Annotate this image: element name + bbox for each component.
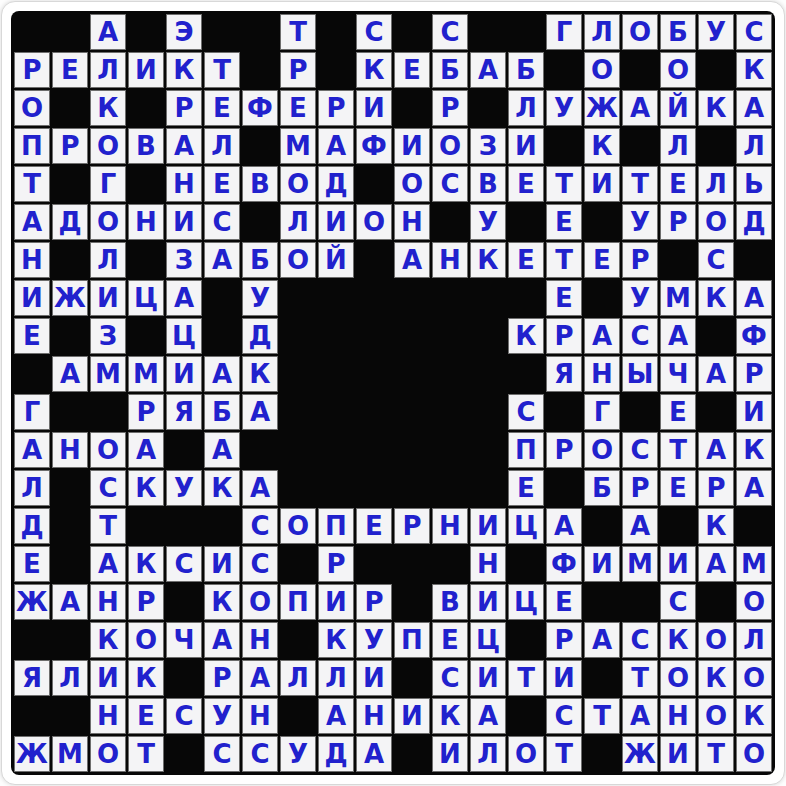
letter-cell-r12-c20[interactable]: К	[736, 432, 772, 468]
letter-cell-r20-c13[interactable]: Л	[470, 736, 506, 772]
letter-cell-r2-c10[interactable]: К	[356, 52, 392, 88]
letter-cell-r20-c20[interactable]: О	[736, 736, 772, 772]
letter-cell-r19-c6[interactable]: У	[204, 698, 240, 734]
letter-cell-r7-c14[interactable]: Е	[508, 242, 544, 278]
letter-cell-r4-c5[interactable]: А	[166, 128, 202, 164]
letter-cell-r19-c3[interactable]: Н	[90, 698, 126, 734]
letter-cell-r5-c15[interactable]: Т	[546, 166, 582, 202]
letter-cell-r14-c17[interactable]: А	[622, 508, 658, 544]
letter-cell-r15-c20[interactable]: М	[736, 546, 772, 582]
letter-cell-r2-c13[interactable]: А	[470, 52, 506, 88]
letter-cell-r11-c1[interactable]: Г	[14, 394, 50, 430]
letter-cell-r14-c8[interactable]: О	[280, 508, 316, 544]
letter-cell-r9-c5[interactable]: Ц	[166, 318, 202, 354]
black-cell-r13-c13	[470, 470, 506, 506]
letter-cell-r12-c16[interactable]: О	[584, 432, 620, 468]
letter-cell-r13-c1[interactable]: Л	[14, 470, 50, 506]
letter-cell-r6-c19[interactable]: О	[698, 204, 734, 240]
letter-cell-r5-c9[interactable]: Д	[318, 166, 354, 202]
letter-cell-r13-c18[interactable]: Е	[660, 470, 696, 506]
letter-cell-r6-c2[interactable]: Д	[52, 204, 88, 240]
letter-cell-r16-c2[interactable]: А	[52, 584, 88, 620]
letter-cell-r17-c10[interactable]: У	[356, 622, 392, 658]
letter-cell-r18-c9[interactable]: Л	[318, 660, 354, 696]
letter-cell-r16-c4[interactable]: Р	[128, 584, 164, 620]
black-cell-r10-c1	[14, 356, 50, 392]
letter-cell-r20-c3[interactable]: О	[90, 736, 126, 772]
letter-cell-r1-c3[interactable]: А	[90, 14, 126, 50]
letter-cell-r5-c11[interactable]: О	[394, 166, 430, 202]
letter-cell-r6-c6[interactable]: С	[204, 204, 240, 240]
letter-cell-r11-c20[interactable]: И	[736, 394, 772, 430]
letter-cell-r4-c20[interactable]: Л	[736, 128, 772, 164]
letter-cell-r7-c16[interactable]: Е	[584, 242, 620, 278]
letter-cell-r6-c18[interactable]: Р	[660, 204, 696, 240]
letter-cell-r7-c11[interactable]: А	[394, 242, 430, 278]
letter-cell-r7-c9[interactable]: Й	[318, 242, 354, 278]
letter-cell-r10-c17[interactable]: Ы	[622, 356, 658, 392]
letter-cell-r11-c5[interactable]: Я	[166, 394, 202, 430]
letter-cell-r7-c17[interactable]: Р	[622, 242, 658, 278]
letter-cell-r13-c17[interactable]: Р	[622, 470, 658, 506]
letter-cell-r14-c11[interactable]: Р	[394, 508, 430, 544]
letter-cell-r4-c12[interactable]: О	[432, 128, 468, 164]
letter-cell-r3-c3[interactable]: К	[90, 90, 126, 126]
black-cell-r7-c10	[356, 242, 392, 278]
letter-cell-r3-c10[interactable]: И	[356, 90, 392, 126]
black-cell-r13-c9	[318, 470, 354, 506]
letter-cell-r17-c11[interactable]: П	[394, 622, 430, 658]
black-cell-r15-c14	[508, 546, 544, 582]
letter-cell-r20-c12[interactable]: И	[432, 736, 468, 772]
letter-cell-r2-c11[interactable]: Е	[394, 52, 430, 88]
letter-cell-r4-c13[interactable]: З	[470, 128, 506, 164]
letter-cell-r5-c16[interactable]: И	[584, 166, 620, 202]
letter-cell-r19-c4[interactable]: Е	[128, 698, 164, 734]
letter-cell-r18-c8[interactable]: Л	[280, 660, 316, 696]
letter-cell-r13-c19[interactable]: Р	[698, 470, 734, 506]
letter-cell-r20-c2[interactable]: М	[52, 736, 88, 772]
letter-cell-r6-c9[interactable]: И	[318, 204, 354, 240]
letter-cell-r8-c3[interactable]: И	[90, 280, 126, 316]
letter-cell-r8-c17[interactable]: У	[622, 280, 658, 316]
letter-cell-r16-c20[interactable]: О	[736, 584, 772, 620]
letter-cell-r3-c16[interactable]: Ж	[584, 90, 620, 126]
letter-cell-r5-c19[interactable]: Л	[698, 166, 734, 202]
letter-cell-r17-c6[interactable]: А	[204, 622, 240, 658]
letter-cell-r20-c10[interactable]: А	[356, 736, 392, 772]
letter-cell-r12-c14[interactable]: П	[508, 432, 544, 468]
letter-cell-r17-c19[interactable]: О	[698, 622, 734, 658]
letter-cell-r18-c15[interactable]: И	[546, 660, 582, 696]
letter-cell-r11-c16[interactable]: Г	[584, 394, 620, 430]
letter-cell-r10-c7[interactable]: К	[242, 356, 278, 392]
letter-cell-r15-c5[interactable]: С	[166, 546, 202, 582]
letter-cell-r14-c3[interactable]: Т	[90, 508, 126, 544]
letter-cell-r16-c1[interactable]: Ж	[14, 584, 50, 620]
letter-cell-r6-c4[interactable]: Н	[128, 204, 164, 240]
black-cell-r11-c2	[52, 394, 88, 430]
letter-cell-r17-c15[interactable]: Р	[546, 622, 582, 658]
letter-cell-r9-c1[interactable]: Е	[14, 318, 50, 354]
letter-cell-r4-c14[interactable]: И	[508, 128, 544, 164]
letter-cell-r19-c7[interactable]: Н	[242, 698, 278, 734]
letter-cell-r18-c18[interactable]: О	[660, 660, 696, 696]
letter-cell-r6-c1[interactable]: А	[14, 204, 50, 240]
letter-cell-r8-c4[interactable]: Ц	[128, 280, 164, 316]
letter-cell-r16-c15[interactable]: Е	[546, 584, 582, 620]
letter-cell-r9-c14[interactable]: К	[508, 318, 544, 354]
letter-cell-r17-c7[interactable]: Н	[242, 622, 278, 658]
letter-cell-r2-c5[interactable]: К	[166, 52, 202, 88]
letter-cell-r5-c14[interactable]: Е	[508, 166, 544, 202]
letter-cell-r14-c9[interactable]: П	[318, 508, 354, 544]
letter-cell-r2-c4[interactable]: И	[128, 52, 164, 88]
letter-cell-r16-c6[interactable]: К	[204, 584, 240, 620]
letter-cell-r17-c5[interactable]: Ч	[166, 622, 202, 658]
letter-cell-r19-c18[interactable]: Н	[660, 698, 696, 734]
letter-cell-r19-c19[interactable]: О	[698, 698, 734, 734]
letter-cell-r17-c18[interactable]: К	[660, 622, 696, 658]
letter-cell-r7-c19[interactable]: С	[698, 242, 734, 278]
letter-cell-r1-c18[interactable]: Б	[660, 14, 696, 50]
letter-cell-r14-c1[interactable]: Д	[14, 508, 50, 544]
letter-cell-r14-c14[interactable]: Ц	[508, 508, 544, 544]
letter-cell-r15-c7[interactable]: С	[242, 546, 278, 582]
letter-cell-r12-c3[interactable]: О	[90, 432, 126, 468]
letter-cell-r17-c3[interactable]: К	[90, 622, 126, 658]
letter-cell-r8-c20[interactable]: А	[736, 280, 772, 316]
letter-cell-r8-c5[interactable]: А	[166, 280, 202, 316]
letter-cell-r6-c8[interactable]: Л	[280, 204, 316, 240]
letter-cell-r5-c13[interactable]: В	[470, 166, 506, 202]
letter-cell-r1-c19[interactable]: У	[698, 14, 734, 50]
letter-cell-r16-c14[interactable]: Ц	[508, 584, 544, 620]
letter-cell-r15-c4[interactable]: К	[128, 546, 164, 582]
letter-cell-r10-c4[interactable]: М	[128, 356, 164, 392]
letter-cell-r18-c6[interactable]: Р	[204, 660, 240, 696]
letter-cell-r20-c4[interactable]: Т	[128, 736, 164, 772]
letter-cell-r15-c9[interactable]: Р	[318, 546, 354, 582]
letter-cell-r13-c4[interactable]: К	[128, 470, 164, 506]
black-cell-r16-c17	[622, 584, 658, 620]
letter-cell-r2-c16[interactable]: О	[584, 52, 620, 88]
letter-cell-r4-c1[interactable]: П	[14, 128, 50, 164]
letter-cell-r18-c17[interactable]: Т	[622, 660, 658, 696]
letter-cell-r12-c2[interactable]: Н	[52, 432, 88, 468]
letter-cell-r7-c12[interactable]: Н	[432, 242, 468, 278]
letter-cell-r14-c19[interactable]: К	[698, 508, 734, 544]
letter-cell-r1-c10[interactable]: С	[356, 14, 392, 50]
letter-cell-r19-c17[interactable]: А	[622, 698, 658, 734]
letter-cell-r16-c18[interactable]: С	[660, 584, 696, 620]
letter-cell-r5-c18[interactable]: Е	[660, 166, 696, 202]
letter-cell-r19-c16[interactable]: Т	[584, 698, 620, 734]
black-cell-r12-c9	[318, 432, 354, 468]
letter-cell-r16-c13[interactable]: И	[470, 584, 506, 620]
letter-cell-r4-c6[interactable]: Л	[204, 128, 240, 164]
letter-cell-r5-c3[interactable]: Г	[90, 166, 126, 202]
letter-cell-r10-c6[interactable]: А	[204, 356, 240, 392]
letter-cell-r9-c7[interactable]: Д	[242, 318, 278, 354]
letter-cell-r19-c12[interactable]: К	[432, 698, 468, 734]
letter-cell-r15-c17[interactable]: М	[622, 546, 658, 582]
black-cell-r10-c10	[356, 356, 392, 392]
letter-cell-r11-c14[interactable]: С	[508, 394, 544, 430]
letter-cell-r4-c2[interactable]: Р	[52, 128, 88, 164]
letter-cell-r10-c15[interactable]: Я	[546, 356, 582, 392]
letter-cell-r3-c15[interactable]: У	[546, 90, 582, 126]
letter-cell-r6-c20[interactable]: Д	[736, 204, 772, 240]
letter-cell-r1-c5[interactable]: Э	[166, 14, 202, 50]
letter-cell-r9-c17[interactable]: С	[622, 318, 658, 354]
letter-cell-r18-c13[interactable]: И	[470, 660, 506, 696]
letter-cell-r11-c18[interactable]: Е	[660, 394, 696, 430]
black-cell-r11-c17	[622, 394, 658, 430]
letter-cell-r12-c17[interactable]: С	[622, 432, 658, 468]
letter-cell-r17-c9[interactable]: К	[318, 622, 354, 658]
letter-cell-r16-c10[interactable]: Р	[356, 584, 392, 620]
letter-cell-r17-c20[interactable]: Л	[736, 622, 772, 658]
letter-cell-r19-c20[interactable]: К	[736, 698, 772, 734]
letter-cell-r20-c7[interactable]: С	[242, 736, 278, 772]
letter-cell-r18-c12[interactable]: С	[432, 660, 468, 696]
letter-cell-r15-c6[interactable]: И	[204, 546, 240, 582]
letter-cell-r5-c1[interactable]: Т	[14, 166, 50, 202]
letter-cell-r3-c17[interactable]: А	[622, 90, 658, 126]
black-cell-r11-c9	[318, 394, 354, 430]
letter-cell-r4-c4[interactable]: В	[128, 128, 164, 164]
letter-cell-r10-c2[interactable]: А	[52, 356, 88, 392]
letter-cell-r18-c19[interactable]: К	[698, 660, 734, 696]
letter-cell-r14-c12[interactable]: Н	[432, 508, 468, 544]
letter-cell-r18-c20[interactable]: О	[736, 660, 772, 696]
black-cell-r5-c10	[356, 166, 392, 202]
letter-cell-r3-c18[interactable]: Й	[660, 90, 696, 126]
letter-cell-r1-c15[interactable]: Г	[546, 14, 582, 50]
letter-cell-r20-c19[interactable]: Т	[698, 736, 734, 772]
letter-cell-r13-c16[interactable]: Б	[584, 470, 620, 506]
letter-cell-r17-c16[interactable]: А	[584, 622, 620, 658]
letter-cell-r10-c3[interactable]: М	[90, 356, 126, 392]
letter-cell-r15-c19[interactable]: А	[698, 546, 734, 582]
letter-cell-r2-c2[interactable]: Е	[52, 52, 88, 88]
letter-cell-r18-c14[interactable]: Т	[508, 660, 544, 696]
letter-cell-r13-c3[interactable]: С	[90, 470, 126, 506]
letter-cell-r14-c13[interactable]: И	[470, 508, 506, 544]
letter-cell-r20-c1[interactable]: Ж	[14, 736, 50, 772]
letter-cell-r6-c11[interactable]: Н	[394, 204, 430, 240]
letter-cell-r5-c8[interactable]: О	[280, 166, 316, 202]
letter-cell-r2-c14[interactable]: Б	[508, 52, 544, 88]
letter-cell-r17-c17[interactable]: С	[622, 622, 658, 658]
letter-cell-r7-c1[interactable]: Н	[14, 242, 50, 278]
letter-cell-r10-c18[interactable]: Ч	[660, 356, 696, 392]
letter-cell-r14-c10[interactable]: Е	[356, 508, 392, 544]
letter-cell-r7-c6[interactable]: А	[204, 242, 240, 278]
letter-cell-r3-c8[interactable]: Е	[280, 90, 316, 126]
letter-cell-r12-c6[interactable]: А	[204, 432, 240, 468]
letter-cell-r8-c7[interactable]: У	[242, 280, 278, 316]
letter-cell-r7-c13[interactable]: К	[470, 242, 506, 278]
letter-cell-r20-c18[interactable]: И	[660, 736, 696, 772]
letter-cell-r20-c15[interactable]: Т	[546, 736, 582, 772]
letter-cell-r18-c10[interactable]: И	[356, 660, 392, 696]
letter-cell-r4-c16[interactable]: К	[584, 128, 620, 164]
letter-cell-r3-c12[interactable]: Р	[432, 90, 468, 126]
letter-cell-r15-c18[interactable]: И	[660, 546, 696, 582]
letter-cell-r7-c8[interactable]: О	[280, 242, 316, 278]
letter-cell-r12-c19[interactable]: А	[698, 432, 734, 468]
letter-cell-r9-c16[interactable]: А	[584, 318, 620, 354]
letter-cell-r4-c8[interactable]: М	[280, 128, 316, 164]
letter-cell-r9-c20[interactable]: Ф	[736, 318, 772, 354]
letter-cell-r18-c3[interactable]: И	[90, 660, 126, 696]
letter-cell-r7-c5[interactable]: З	[166, 242, 202, 278]
letter-cell-r13-c14[interactable]: Е	[508, 470, 544, 506]
letter-cell-r1-c16[interactable]: Л	[584, 14, 620, 50]
letter-cell-r18-c7[interactable]: А	[242, 660, 278, 696]
letter-cell-r10-c16[interactable]: Н	[584, 356, 620, 392]
letter-cell-r5-c20[interactable]: Ь	[736, 166, 772, 202]
letter-cell-r10-c19[interactable]: А	[698, 356, 734, 392]
letter-cell-r5-c7[interactable]: В	[242, 166, 278, 202]
letter-cell-r8-c18[interactable]: М	[660, 280, 696, 316]
letter-cell-r2-c6[interactable]: Т	[204, 52, 240, 88]
letter-cell-r6-c10[interactable]: О	[356, 204, 392, 240]
black-cell-r1-c13	[470, 14, 506, 50]
letter-cell-r12-c18[interactable]: Т	[660, 432, 696, 468]
letter-cell-r2-c1[interactable]: Р	[14, 52, 50, 88]
letter-cell-r5-c6[interactable]: Е	[204, 166, 240, 202]
letter-cell-r15-c3[interactable]: А	[90, 546, 126, 582]
black-cell-r8-c10	[356, 280, 392, 316]
letter-cell-r5-c17[interactable]: Т	[622, 166, 658, 202]
letter-cell-r2-c20[interactable]: К	[736, 52, 772, 88]
letter-cell-r9-c18[interactable]: А	[660, 318, 696, 354]
letter-cell-r20-c17[interactable]: Ж	[622, 736, 658, 772]
letter-cell-r13-c7[interactable]: А	[242, 470, 278, 506]
letter-cell-r10-c20[interactable]: Р	[736, 356, 772, 392]
letter-cell-r9-c3[interactable]: З	[90, 318, 126, 354]
letter-cell-r5-c12[interactable]: С	[432, 166, 468, 202]
letter-cell-r17-c12[interactable]: Е	[432, 622, 468, 658]
letter-cell-r19-c15[interactable]: С	[546, 698, 582, 734]
letter-cell-r17-c13[interactable]: Ц	[470, 622, 506, 658]
letter-cell-r4-c9[interactable]: А	[318, 128, 354, 164]
letter-cell-r19-c9[interactable]: А	[318, 698, 354, 734]
letter-cell-r3-c5[interactable]: Р	[166, 90, 202, 126]
letter-cell-r2-c8[interactable]: Р	[280, 52, 316, 88]
letter-cell-r3-c20[interactable]: А	[736, 90, 772, 126]
letter-cell-r1-c12[interactable]: С	[432, 14, 468, 50]
letter-cell-r12-c4[interactable]: А	[128, 432, 164, 468]
letter-cell-r4-c3[interactable]: О	[90, 128, 126, 164]
letter-cell-r13-c5[interactable]: У	[166, 470, 202, 506]
letter-cell-r8-c1[interactable]: И	[14, 280, 50, 316]
letter-cell-r6-c13[interactable]: У	[470, 204, 506, 240]
letter-cell-r4-c11[interactable]: И	[394, 128, 430, 164]
letter-cell-r2-c18[interactable]: О	[660, 52, 696, 88]
letter-cell-r3-c14[interactable]: Л	[508, 90, 544, 126]
letter-cell-r20-c6[interactable]: С	[204, 736, 240, 772]
letter-cell-r11-c7[interactable]: А	[242, 394, 278, 430]
letter-cell-r8-c2[interactable]: Ж	[52, 280, 88, 316]
black-cell-r11-c15	[546, 394, 582, 430]
letter-cell-r15-c15[interactable]: Ф	[546, 546, 582, 582]
letter-cell-r14-c15[interactable]: А	[546, 508, 582, 544]
letter-cell-r4-c18[interactable]: Л	[660, 128, 696, 164]
letter-cell-r20-c14[interactable]: О	[508, 736, 544, 772]
letter-cell-r10-c5[interactable]: И	[166, 356, 202, 392]
black-cell-r5-c4	[128, 166, 164, 202]
letter-cell-r6-c17[interactable]: У	[622, 204, 658, 240]
black-cell-r8-c6	[204, 280, 240, 316]
letter-cell-r6-c15[interactable]: Е	[546, 204, 582, 240]
letter-cell-r19-c10[interactable]: Н	[356, 698, 392, 734]
letter-cell-r3-c6[interactable]: Е	[204, 90, 240, 126]
letter-cell-r7-c3[interactable]: Л	[90, 242, 126, 278]
letter-cell-r16-c7[interactable]: О	[242, 584, 278, 620]
letter-cell-r16-c8[interactable]: П	[280, 584, 316, 620]
letter-cell-r19-c5[interactable]: С	[166, 698, 202, 734]
letter-cell-r14-c7[interactable]: С	[242, 508, 278, 544]
letter-cell-r1-c20[interactable]: С	[736, 14, 772, 50]
letter-cell-r3-c19[interactable]: К	[698, 90, 734, 126]
letter-cell-r9-c15[interactable]: Р	[546, 318, 582, 354]
letter-cell-r3-c7[interactable]: Ф	[242, 90, 278, 126]
letter-cell-r15-c16[interactable]: И	[584, 546, 620, 582]
black-cell-r2-c15	[546, 52, 582, 88]
letter-cell-r4-c10[interactable]: Ф	[356, 128, 392, 164]
letter-cell-r7-c7[interactable]: Б	[242, 242, 278, 278]
letter-cell-r5-c5[interactable]: Н	[166, 166, 202, 202]
letter-cell-r16-c12[interactable]: В	[432, 584, 468, 620]
letter-cell-r18-c2[interactable]: Л	[52, 660, 88, 696]
letter-cell-r3-c1[interactable]: О	[14, 90, 50, 126]
letter-cell-r13-c6[interactable]: К	[204, 470, 240, 506]
letter-cell-r16-c9[interactable]: И	[318, 584, 354, 620]
black-cell-r10-c8	[280, 356, 316, 392]
letter-cell-r2-c12[interactable]: Б	[432, 52, 468, 88]
letter-cell-r12-c15[interactable]: Р	[546, 432, 582, 468]
letter-cell-r1-c8[interactable]: Т	[280, 14, 316, 50]
letter-cell-r19-c11[interactable]: И	[394, 698, 430, 734]
letter-cell-r6-c3[interactable]: О	[90, 204, 126, 240]
letter-cell-r19-c13[interactable]: А	[470, 698, 506, 734]
letter-cell-r16-c3[interactable]: Н	[90, 584, 126, 620]
letter-cell-r11-c6[interactable]: Б	[204, 394, 240, 430]
letter-cell-r12-c1[interactable]: А	[14, 432, 50, 468]
letter-cell-r8-c15[interactable]: Е	[546, 280, 582, 316]
letter-cell-r8-c19[interactable]: К	[698, 280, 734, 316]
letter-cell-r1-c17[interactable]: О	[622, 14, 658, 50]
letter-cell-r7-c15[interactable]: Т	[546, 242, 582, 278]
letter-cell-r15-c1[interactable]: Е	[14, 546, 50, 582]
letter-cell-r18-c4[interactable]: К	[128, 660, 164, 696]
letter-cell-r20-c8[interactable]: У	[280, 736, 316, 772]
letter-cell-r13-c20[interactable]: А	[736, 470, 772, 506]
letter-cell-r11-c4[interactable]: Р	[128, 394, 164, 430]
letter-cell-r17-c4[interactable]: О	[128, 622, 164, 658]
letter-cell-r6-c5[interactable]: И	[166, 204, 202, 240]
letter-cell-r20-c9[interactable]: Д	[318, 736, 354, 772]
letter-cell-r18-c1[interactable]: Я	[14, 660, 50, 696]
black-cell-r4-c19	[698, 128, 734, 164]
letter-cell-r15-c13[interactable]: Н	[470, 546, 506, 582]
letter-cell-r3-c9[interactable]: Р	[318, 90, 354, 126]
letter-cell-r2-c3[interactable]: Л	[90, 52, 126, 88]
